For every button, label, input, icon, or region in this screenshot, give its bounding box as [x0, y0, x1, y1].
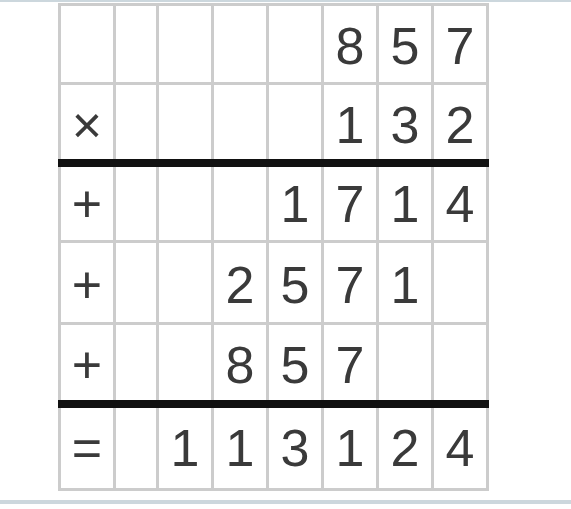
cell-value: 8 — [336, 20, 365, 72]
page-top-border — [0, 0, 571, 2]
cell-value: 3 — [281, 422, 310, 474]
cell-r2c2-empty — [116, 85, 156, 160]
cell-r5c4-digit: 8 — [214, 325, 266, 401]
cell-r1c2-empty — [116, 6, 156, 82]
cell-value: + — [72, 339, 102, 391]
cell-r4c6-digit: 7 — [324, 243, 376, 322]
cell-r6c2-empty — [116, 404, 156, 488]
cell-r2c6-digit: 1 — [324, 85, 376, 160]
cell-value: 3 — [391, 99, 420, 151]
cell-value: 1 — [226, 422, 255, 474]
cell-r2c5-empty — [269, 85, 321, 160]
cell-value: 1 — [391, 259, 420, 311]
cell-r5c7-empty — [379, 325, 431, 401]
cell-r3c7-digit: 1 — [379, 163, 431, 240]
cell-r3c1-operator: + — [61, 163, 113, 240]
long-multiplication-grid: 857×132+1714+2571+857=113124 — [58, 3, 489, 491]
cell-value: 8 — [226, 339, 255, 391]
product-rule-line — [58, 400, 489, 408]
cell-r1c5-empty — [269, 6, 321, 82]
cell-value: 2 — [391, 422, 420, 474]
cell-r2c4-empty — [214, 85, 266, 160]
cell-r2c7-digit: 3 — [379, 85, 431, 160]
cell-r4c4-digit: 2 — [214, 243, 266, 322]
page-bottom-border — [0, 500, 571, 504]
cell-r4c8-empty — [434, 243, 486, 322]
cell-r6c1-operator: = — [61, 404, 113, 488]
cell-value: 1 — [336, 99, 365, 151]
cell-value: 4 — [446, 178, 475, 230]
cell-r2c1-operator: × — [61, 85, 113, 160]
cell-value: 7 — [336, 178, 365, 230]
cell-r6c5-digit: 3 — [269, 404, 321, 488]
cell-value: 2 — [226, 259, 255, 311]
cell-value: 1 — [336, 422, 365, 474]
cell-r6c7-digit: 2 — [379, 404, 431, 488]
cell-value: 1 — [391, 178, 420, 230]
cell-r5c5-digit: 5 — [269, 325, 321, 401]
cell-r3c2-empty — [116, 163, 156, 240]
cell-r4c2-empty — [116, 243, 156, 322]
cell-r1c8-digit: 7 — [434, 6, 486, 82]
cell-r4c5-digit: 5 — [269, 243, 321, 322]
cell-value: 5 — [281, 339, 310, 391]
cell-r5c1-operator: + — [61, 325, 113, 401]
cell-r1c4-empty — [214, 6, 266, 82]
cell-r1c7-digit: 5 — [379, 6, 431, 82]
cell-r5c2-empty — [116, 325, 156, 401]
cell-value: 5 — [281, 259, 310, 311]
cell-value: 7 — [336, 259, 365, 311]
cell-value: 1 — [281, 178, 310, 230]
cell-r1c3-empty — [159, 6, 211, 82]
cell-value: 5 — [391, 20, 420, 72]
cell-r6c3-digit: 1 — [159, 404, 211, 488]
partial-products-rule-line — [58, 159, 489, 167]
cell-r6c4-digit: 1 — [214, 404, 266, 488]
cell-r5c8-empty — [434, 325, 486, 401]
cell-value: × — [72, 99, 102, 151]
cell-r5c3-empty — [159, 325, 211, 401]
cell-value: 7 — [336, 339, 365, 391]
cell-r4c7-digit: 1 — [379, 243, 431, 322]
cell-r2c8-digit: 2 — [434, 85, 486, 160]
cell-value: 4 — [446, 422, 475, 474]
cell-value: = — [72, 422, 102, 474]
cell-r6c8-digit: 4 — [434, 404, 486, 488]
cell-r4c1-operator: + — [61, 243, 113, 322]
cell-r3c4-empty — [214, 163, 266, 240]
cell-r2c3-empty — [159, 85, 211, 160]
cell-value: 2 — [446, 99, 475, 151]
cell-value: 1 — [171, 422, 200, 474]
cell-value: 7 — [446, 20, 475, 72]
cell-value: + — [72, 178, 102, 230]
cell-r5c6-digit: 7 — [324, 325, 376, 401]
cell-r1c1-empty — [61, 6, 113, 82]
cell-r3c6-digit: 7 — [324, 163, 376, 240]
cell-r4c3-empty — [159, 243, 211, 322]
cell-r6c6-digit: 1 — [324, 404, 376, 488]
cell-r3c5-digit: 1 — [269, 163, 321, 240]
cell-r3c8-digit: 4 — [434, 163, 486, 240]
cell-r3c3-empty — [159, 163, 211, 240]
cell-value: + — [72, 259, 102, 311]
cell-r1c6-digit: 8 — [324, 6, 376, 82]
